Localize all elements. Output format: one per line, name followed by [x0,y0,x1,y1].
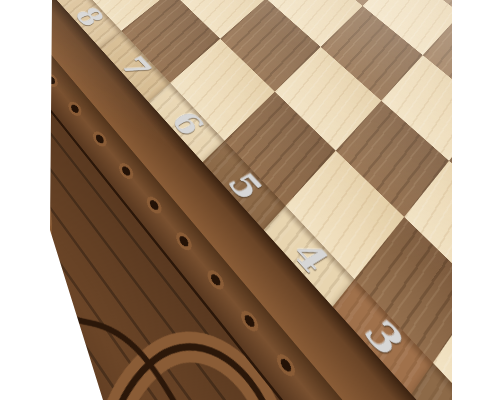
background-right-margin [452,0,500,400]
chessboard-photo: 876543 [0,0,500,400]
